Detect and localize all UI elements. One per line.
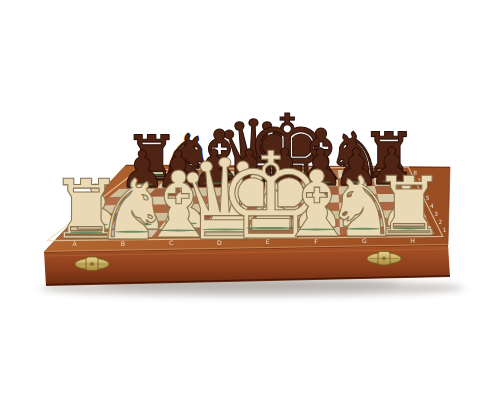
- rank-label-4: 4: [430, 203, 434, 209]
- square-d6: [224, 187, 266, 196]
- square-b2: [114, 221, 166, 230]
- square-g6: [339, 186, 378, 195]
- rank-label-8: 8: [413, 170, 417, 176]
- file-label-H: H: [410, 237, 415, 244]
- square-g2: [340, 218, 386, 227]
- file-label-E: E: [266, 238, 270, 245]
- square-h8: [371, 169, 408, 178]
- file-label-F: F: [314, 238, 318, 245]
- square-h2: [383, 218, 430, 227]
- square-f1: [293, 227, 340, 236]
- square-c2: [159, 220, 209, 229]
- chess-board: ABCDEFGH12345678: [0, 0, 500, 400]
- square-h3: [381, 210, 427, 219]
- square-f5: [299, 194, 339, 203]
- square-h7: [373, 177, 412, 186]
- rank-label-2: 2: [439, 219, 443, 225]
- square-d3: [209, 212, 256, 221]
- square-h1: [385, 226, 434, 235]
- square-f3: [296, 211, 340, 220]
- square-f6: [301, 186, 339, 195]
- square-e1: [246, 227, 295, 236]
- rank-label-3: 3: [434, 211, 438, 217]
- square-e3: [253, 211, 298, 220]
- square-e4: [256, 203, 299, 212]
- square-f4: [298, 203, 340, 212]
- square-c4: [172, 204, 219, 213]
- square-e6: [262, 187, 302, 196]
- square-e7: [266, 179, 304, 188]
- square-d7: [229, 179, 269, 188]
- square-c1: [152, 228, 204, 237]
- square-g5: [339, 194, 379, 203]
- square-d5: [219, 195, 262, 204]
- square-e8: [269, 170, 305, 179]
- square-e2: [249, 219, 296, 228]
- rank-label-5: 5: [426, 195, 430, 201]
- rank-label-7: 7: [417, 178, 421, 184]
- file-label-C: C: [169, 239, 173, 246]
- square-c3: [166, 212, 215, 221]
- file-label-B: B: [121, 240, 125, 247]
- rank-label-1: 1: [443, 227, 447, 233]
- square-c5: [179, 196, 224, 205]
- square-f7: [302, 178, 339, 187]
- square-f8: [304, 170, 339, 179]
- square-d4: [214, 203, 259, 212]
- square-d2: [204, 220, 253, 229]
- file-label-G: G: [362, 237, 367, 244]
- square-e5: [259, 195, 301, 204]
- square-g3: [339, 210, 383, 219]
- square-c7: [193, 179, 235, 188]
- rank-label-6: 6: [422, 186, 426, 192]
- square-d8: [234, 171, 272, 180]
- square-g7: [338, 178, 375, 187]
- square-c6: [186, 188, 229, 197]
- square-h4: [379, 202, 423, 211]
- square-f2: [295, 219, 340, 228]
- square-h5: [377, 194, 419, 203]
- square-d1: [199, 228, 249, 237]
- square-b1: [105, 229, 159, 238]
- square-g1: [340, 226, 387, 235]
- chess-set-product-photo: ABCDEFGH12345678 ♜♞♝♛♚♝♞♜♟♟♟♟♟♟♟♟♟♟♟♟♟♟♟…: [0, 0, 500, 400]
- square-g4: [339, 202, 381, 211]
- square-h6: [375, 186, 415, 195]
- square-g8: [338, 170, 373, 179]
- file-label-D: D: [217, 239, 222, 246]
